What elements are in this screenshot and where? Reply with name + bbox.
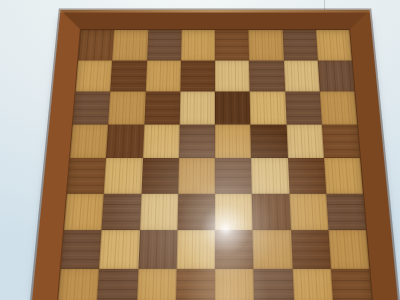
square-r7c1 — [97, 268, 138, 300]
square-r0c5 — [249, 30, 284, 60]
square-r3c4 — [215, 124, 251, 158]
square-r0c4 — [215, 30, 249, 60]
square-r5c2 — [139, 193, 178, 230]
square-r6c7 — [328, 230, 369, 268]
square-r6c4 — [215, 230, 254, 268]
square-r7c6 — [292, 268, 333, 300]
square-r6c0 — [61, 230, 102, 268]
square-r6c2 — [138, 230, 177, 268]
square-r7c3 — [176, 268, 215, 300]
square-r5c1 — [102, 193, 141, 230]
square-r2c4 — [215, 91, 251, 124]
board-grid — [57, 30, 372, 300]
square-r5c0 — [64, 193, 104, 230]
square-r7c5 — [254, 268, 294, 300]
square-r3c7 — [322, 124, 360, 158]
square-r6c1 — [99, 230, 139, 268]
square-r1c7 — [318, 60, 355, 91]
square-r0c2 — [147, 30, 182, 60]
square-r2c2 — [144, 91, 180, 124]
square-r4c1 — [104, 158, 142, 193]
square-r4c4 — [215, 158, 252, 193]
square-r1c4 — [215, 60, 250, 91]
square-r3c0 — [70, 124, 108, 158]
square-r4c5 — [251, 158, 289, 193]
square-r1c3 — [180, 60, 215, 91]
chess-board — [29, 10, 400, 300]
square-r1c1 — [110, 60, 146, 91]
square-r7c7 — [331, 268, 373, 300]
square-r1c6 — [283, 60, 319, 91]
square-r2c6 — [285, 91, 322, 124]
square-r5c4 — [215, 193, 253, 230]
square-r5c5 — [252, 193, 291, 230]
square-r1c5 — [249, 60, 285, 91]
square-r6c5 — [253, 230, 292, 268]
square-r2c0 — [73, 91, 111, 124]
square-r5c7 — [326, 193, 366, 230]
square-r5c6 — [289, 193, 328, 230]
square-r7c4 — [215, 268, 254, 300]
square-r1c0 — [76, 60, 113, 91]
square-r6c3 — [176, 230, 215, 268]
square-r0c3 — [181, 30, 215, 60]
square-r2c7 — [320, 91, 358, 124]
square-r4c7 — [324, 158, 363, 193]
photo-background — [0, 0, 400, 300]
square-r3c3 — [179, 124, 215, 158]
square-r3c1 — [106, 124, 144, 158]
square-r4c0 — [67, 158, 106, 193]
square-r6c6 — [291, 230, 331, 268]
square-r7c2 — [136, 268, 176, 300]
square-r0c0 — [78, 30, 114, 60]
square-r7c0 — [57, 268, 99, 300]
square-r1c2 — [145, 60, 181, 91]
square-r4c2 — [141, 158, 179, 193]
square-r4c6 — [288, 158, 326, 193]
square-r3c5 — [251, 124, 288, 158]
square-r3c6 — [286, 124, 324, 158]
square-r2c3 — [179, 91, 215, 124]
square-r0c1 — [112, 30, 147, 60]
square-r4c3 — [178, 158, 215, 193]
square-r0c7 — [316, 30, 352, 60]
square-r3c2 — [143, 124, 180, 158]
square-r2c5 — [250, 91, 286, 124]
square-r5c3 — [177, 193, 215, 230]
square-r0c6 — [282, 30, 317, 60]
square-r2c1 — [108, 91, 145, 124]
